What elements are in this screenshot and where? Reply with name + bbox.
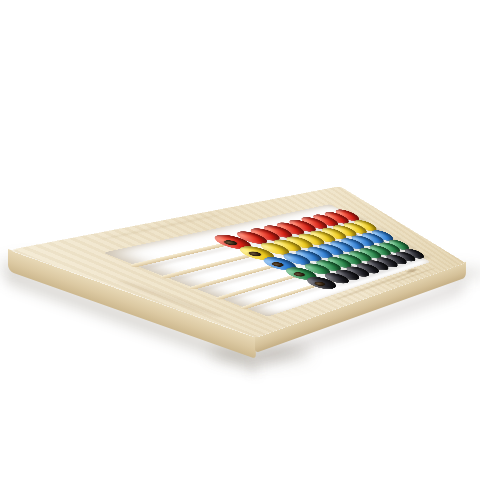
product-photo-canvas — [0, 0, 480, 480]
bead-rows — [8, 186, 340, 250]
abacus-board — [8, 186, 466, 338]
rod-row-black — [8, 186, 466, 338]
bead-hole — [312, 281, 327, 287]
